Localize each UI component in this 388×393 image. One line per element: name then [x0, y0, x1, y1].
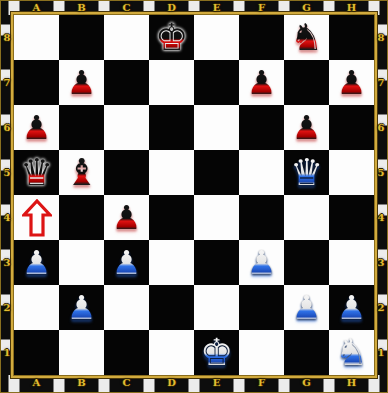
rank-label-1: 1: [374, 330, 388, 375]
file-labels-bottom: ABCDEFGH: [14, 375, 374, 391]
file-label-f: F: [239, 0, 284, 15]
file-label-g: G: [284, 0, 329, 15]
rank-label-4: 4: [0, 195, 14, 240]
file-label-c: C: [104, 0, 149, 15]
square-d1[interactable]: [149, 330, 194, 375]
square-e1[interactable]: ♚: [194, 330, 239, 375]
file-label-b: B: [59, 375, 104, 391]
square-b6[interactable]: [59, 105, 104, 150]
square-e3[interactable]: [194, 240, 239, 285]
piece-white-knight[interactable]: ♞: [335, 330, 368, 375]
file-label-e: E: [194, 375, 239, 391]
square-c6[interactable]: [104, 105, 149, 150]
square-f8[interactable]: [239, 15, 284, 60]
square-e4[interactable]: [194, 195, 239, 240]
square-a8[interactable]: [14, 15, 59, 60]
square-h2[interactable]: ♟: [329, 285, 374, 330]
square-b8[interactable]: [59, 15, 104, 60]
square-f7[interactable]: ♟: [239, 60, 284, 105]
piece-black-pawn[interactable]: ♟: [292, 105, 322, 150]
square-f4[interactable]: [239, 195, 284, 240]
piece-white-pawn[interactable]: ♟: [112, 240, 142, 285]
square-h6[interactable]: [329, 105, 374, 150]
rank-label-3: 3: [374, 240, 388, 285]
square-c2[interactable]: [104, 285, 149, 330]
piece-black-king[interactable]: ♚: [155, 15, 188, 60]
file-label-h: H: [329, 375, 374, 391]
square-h1[interactable]: ♞: [329, 330, 374, 375]
piece-black-pawn[interactable]: ♟: [112, 195, 142, 240]
square-b1[interactable]: [59, 330, 104, 375]
piece-black-queen[interactable]: ♛: [20, 150, 53, 195]
square-f5[interactable]: [239, 150, 284, 195]
square-c5[interactable]: [104, 150, 149, 195]
square-d7[interactable]: [149, 60, 194, 105]
square-b2[interactable]: ♟: [59, 285, 104, 330]
piece-white-pawn[interactable]: ♟: [292, 285, 322, 330]
square-c4[interactable]: ♟: [104, 195, 149, 240]
square-h3[interactable]: [329, 240, 374, 285]
rank-label-8: 8: [374, 15, 388, 60]
square-g5[interactable]: ♛: [284, 150, 329, 195]
square-d5[interactable]: [149, 150, 194, 195]
square-c8[interactable]: [104, 15, 149, 60]
file-label-c: C: [104, 375, 149, 391]
square-a6[interactable]: ♟: [14, 105, 59, 150]
square-e7[interactable]: [194, 60, 239, 105]
square-g6[interactable]: ♟: [284, 105, 329, 150]
rank-label-3: 3: [0, 240, 14, 285]
square-a3[interactable]: ♟: [14, 240, 59, 285]
square-b3[interactable]: [59, 240, 104, 285]
piece-white-pawn[interactable]: ♟: [22, 240, 52, 285]
square-f3[interactable]: ♟: [239, 240, 284, 285]
rank-labels-left: 87654321: [0, 15, 14, 375]
rank-label-5: 5: [374, 150, 388, 195]
rank-label-7: 7: [0, 60, 14, 105]
square-g7[interactable]: [284, 60, 329, 105]
chess-app-window: ABCDEFGH ABCDEFGH 87654321 87654321 ♚♞♟♟…: [0, 0, 388, 393]
square-f2[interactable]: [239, 285, 284, 330]
square-d2[interactable]: [149, 285, 194, 330]
file-label-b: B: [59, 0, 104, 15]
piece-white-pawn[interactable]: ♟: [247, 240, 277, 285]
square-b4[interactable]: [59, 195, 104, 240]
rank-label-2: 2: [374, 285, 388, 330]
file-label-d: D: [149, 375, 194, 391]
square-d4[interactable]: [149, 195, 194, 240]
square-f6[interactable]: [239, 105, 284, 150]
rank-label-5: 5: [0, 150, 14, 195]
piece-black-bishop[interactable]: ♝: [65, 150, 98, 195]
square-d8[interactable]: ♚: [149, 15, 194, 60]
file-label-a: A: [14, 0, 59, 15]
square-g1[interactable]: [284, 330, 329, 375]
rank-labels-right: 87654321: [374, 15, 388, 375]
piece-white-pawn[interactable]: ♟: [337, 285, 367, 330]
piece-white-queen[interactable]: ♛: [290, 150, 323, 195]
square-c1[interactable]: [104, 330, 149, 375]
piece-white-pawn[interactable]: ♟: [67, 285, 97, 330]
piece-black-pawn[interactable]: ♟: [67, 60, 97, 105]
square-g2[interactable]: ♟: [284, 285, 329, 330]
square-a7[interactable]: [14, 60, 59, 105]
square-g3[interactable]: [284, 240, 329, 285]
chess-board: ♚♞♟♟♟♟♟♛♝♛♟♟♟♟♟♟♟♚♞: [14, 15, 374, 375]
piece-white-king[interactable]: ♚: [200, 330, 233, 375]
square-h5[interactable]: [329, 150, 374, 195]
piece-black-pawn[interactable]: ♟: [337, 60, 367, 105]
file-label-h: H: [329, 0, 374, 15]
rank-label-6: 6: [0, 105, 14, 150]
square-d3[interactable]: [149, 240, 194, 285]
square-c3[interactable]: ♟: [104, 240, 149, 285]
square-e2[interactable]: [194, 285, 239, 330]
square-h8[interactable]: [329, 15, 374, 60]
rank-label-8: 8: [0, 15, 14, 60]
piece-black-pawn[interactable]: ♟: [247, 60, 277, 105]
square-h7[interactable]: ♟: [329, 60, 374, 105]
file-label-e: E: [194, 0, 239, 15]
move-arrow-icon: [22, 199, 52, 237]
file-label-d: D: [149, 0, 194, 15]
square-e5[interactable]: [194, 150, 239, 195]
rank-label-1: 1: [0, 330, 14, 375]
square-c7[interactable]: [104, 60, 149, 105]
square-e6[interactable]: [194, 105, 239, 150]
piece-black-pawn[interactable]: ♟: [22, 105, 52, 150]
file-label-a: A: [14, 375, 59, 391]
file-label-g: G: [284, 375, 329, 391]
rank-label-4: 4: [374, 195, 388, 240]
rank-label-7: 7: [374, 60, 388, 105]
piece-black-knight[interactable]: ♞: [290, 15, 323, 60]
square-a4[interactable]: [14, 195, 59, 240]
square-g4[interactable]: [284, 195, 329, 240]
square-a2[interactable]: [14, 285, 59, 330]
square-d6[interactable]: [149, 105, 194, 150]
rank-label-2: 2: [0, 285, 14, 330]
square-g8[interactable]: ♞: [284, 15, 329, 60]
square-e8[interactable]: [194, 15, 239, 60]
square-f1[interactable]: [239, 330, 284, 375]
square-b7[interactable]: ♟: [59, 60, 104, 105]
square-a5[interactable]: ♛: [14, 150, 59, 195]
square-h4[interactable]: [329, 195, 374, 240]
rank-label-6: 6: [374, 105, 388, 150]
file-labels-top: ABCDEFGH: [14, 0, 374, 15]
square-b5[interactable]: ♝: [59, 150, 104, 195]
file-label-f: F: [239, 375, 284, 391]
square-a1[interactable]: [14, 330, 59, 375]
